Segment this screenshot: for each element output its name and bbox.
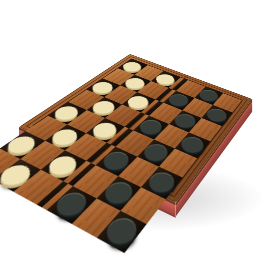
product-photo-scene: ●●●●●●●●●●●●●●●●●●●●●●●● [0,0,280,280]
